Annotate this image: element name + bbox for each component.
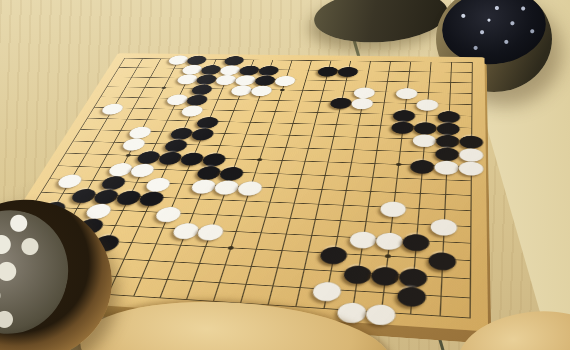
white-stone[interactable]: ● [274, 74, 297, 84]
white-stone[interactable]: ● [416, 98, 439, 110]
white-stone[interactable]: ● [351, 96, 374, 107]
go-scene: ●●●●●●●●●●●●●●●●●●●●●●●●●●●●●●●●●●●●●●●●… [0, 0, 570, 350]
white-stone[interactable]: ● [250, 84, 274, 95]
black-stone[interactable]: ● [337, 65, 359, 75]
black-bowl-lid [312, 0, 449, 47]
black-stone[interactable]: ● [190, 126, 216, 138]
white-stone[interactable]: ● [100, 102, 126, 113]
